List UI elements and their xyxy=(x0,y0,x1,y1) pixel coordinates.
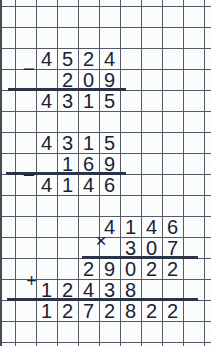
digit-cell: 4 xyxy=(99,48,120,69)
digit-cell: 7 xyxy=(78,300,99,321)
digit-cell: 2 xyxy=(162,300,183,321)
digit-cell: 2 xyxy=(57,69,78,90)
digit-cell: 2 xyxy=(141,300,162,321)
digit-cell: 4 xyxy=(36,174,57,195)
digit-cell: 1 xyxy=(78,90,99,111)
digit-cell: 1 xyxy=(36,300,57,321)
minus-sign-1: − xyxy=(21,61,37,75)
digit-cell: 4 xyxy=(36,90,57,111)
digit-cell: 2 xyxy=(57,300,78,321)
digit-cell: 4 xyxy=(78,174,99,195)
digit-cell: 3 xyxy=(57,132,78,153)
digit-cell: 7 xyxy=(162,237,183,258)
digit-cell: 4 xyxy=(36,132,57,153)
digit-cell: 3 xyxy=(120,237,141,258)
plus-sign: + xyxy=(24,272,39,290)
digit-cell: 9 xyxy=(99,69,120,90)
digit-cell: 9 xyxy=(99,258,120,279)
squared-paper: − − × + 45242094315431516941464146307290… xyxy=(0,0,211,346)
digit-cell: 2 xyxy=(141,258,162,279)
digit-cell: 5 xyxy=(99,132,120,153)
digit-cell: 2 xyxy=(78,48,99,69)
digit-cell: 4 xyxy=(36,48,57,69)
digit-cell: 8 xyxy=(120,300,141,321)
digit-cell: 5 xyxy=(99,90,120,111)
digit-cell: 1 xyxy=(78,132,99,153)
digit-cell: 3 xyxy=(57,90,78,111)
digit-cell: 6 xyxy=(78,153,99,174)
paper-left-edge-line xyxy=(0,0,2,346)
multiplication-rule xyxy=(82,256,198,259)
digit-cell: 0 xyxy=(78,69,99,90)
digit-cell: 1 xyxy=(57,153,78,174)
digit-cell: 9 xyxy=(99,153,120,174)
digit-cell: 5 xyxy=(57,48,78,69)
digit-cell: 2 xyxy=(99,300,120,321)
digit-cell: 2 xyxy=(57,279,78,300)
digit-cell: 6 xyxy=(162,216,183,237)
digit-cell: 3 xyxy=(99,279,120,300)
digit-cell: 6 xyxy=(99,174,120,195)
subtraction-rule-1 xyxy=(8,88,126,91)
digit-cell: 2 xyxy=(78,258,99,279)
digit-cell: 1 xyxy=(57,174,78,195)
addition-rule xyxy=(7,298,198,301)
digit-cell: 4 xyxy=(78,279,99,300)
digit-cell: 0 xyxy=(120,258,141,279)
multiplication-sign: × xyxy=(92,231,110,249)
digit-cell: 8 xyxy=(120,279,141,300)
minus-sign-2: − xyxy=(21,167,37,181)
digit-cell: 0 xyxy=(141,237,162,258)
digit-cell: 1 xyxy=(36,279,57,300)
digit-cell: 2 xyxy=(162,258,183,279)
digit-cell: 4 xyxy=(141,216,162,237)
digit-cell: 1 xyxy=(120,216,141,237)
